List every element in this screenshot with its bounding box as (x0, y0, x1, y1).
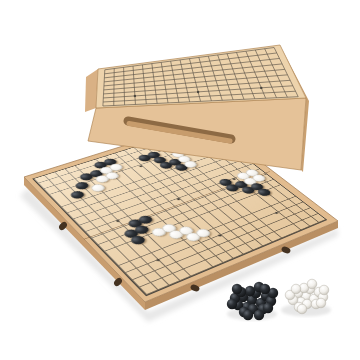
white-stone-pile-stone (291, 284, 301, 294)
folded-board-box (85, 45, 309, 172)
black-stone-pile-stone (227, 299, 237, 309)
black-stone-pile-stone (232, 284, 242, 294)
black-stone-pile-stone (254, 310, 264, 320)
box-star-point (260, 87, 262, 89)
box-star-point (197, 91, 199, 93)
box-and-piles-layer (0, 0, 360, 360)
white-stone-pile-stone (319, 285, 329, 295)
box-top-face (96, 45, 306, 108)
go-set-product-photo (0, 0, 360, 360)
white-stone-pile-stone (297, 304, 307, 314)
black-stone-pile-stone (243, 310, 253, 320)
white-stone-pile (281, 279, 331, 316)
white-stone-pile-stone (316, 298, 326, 308)
black-stone-pile-stone (260, 284, 270, 294)
black-stone-pile (227, 282, 278, 321)
black-stone-pile-stone (263, 303, 273, 313)
white-stone-pile-stone (307, 279, 317, 289)
black-stone-pile-stone (245, 286, 255, 296)
box-star-point (134, 95, 136, 97)
